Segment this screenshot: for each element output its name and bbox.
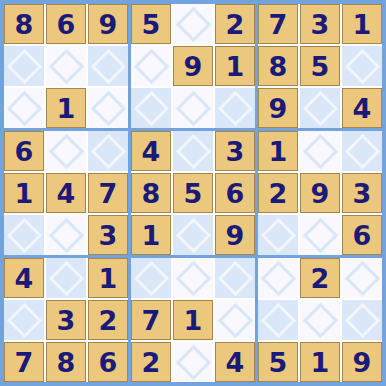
- cell-r5c3: 7: [88, 173, 128, 213]
- cell-r2c3[interactable]: [88, 46, 128, 86]
- empty-diamond-icon: [90, 48, 125, 83]
- cell-r1c3: 9: [88, 4, 128, 44]
- empty-diamond-icon: [302, 90, 337, 125]
- cell-r6c5[interactable]: [173, 215, 213, 255]
- cell-r9c1: 7: [4, 342, 44, 382]
- cell-r1c4: 5: [131, 4, 171, 44]
- cell-r3c5[interactable]: [173, 88, 213, 128]
- empty-diamond-icon: [302, 133, 337, 168]
- cell-r8c9[interactable]: [342, 300, 382, 340]
- empty-diamond-icon: [302, 217, 337, 252]
- cell-r3c7: 9: [258, 88, 298, 128]
- cell-r6c3: 3: [88, 215, 128, 255]
- cell-r5c6: 6: [215, 173, 255, 213]
- cell-r2c1[interactable]: [4, 46, 44, 86]
- cell-r6c2[interactable]: [46, 215, 86, 255]
- cell-r2c5: 9: [173, 46, 213, 86]
- empty-diamond-icon: [6, 90, 41, 125]
- cell-r7c3: 1: [88, 258, 128, 298]
- cell-r7c9[interactable]: [342, 258, 382, 298]
- empty-diamond-icon: [175, 6, 210, 41]
- cell-r2c7: 8: [258, 46, 298, 86]
- cell-r5c8: 9: [300, 173, 340, 213]
- empty-diamond-icon: [133, 90, 168, 125]
- cell-r1c8: 3: [300, 4, 340, 44]
- cell-r7c8: 2: [300, 258, 340, 298]
- cell-r5c7: 2: [258, 173, 298, 213]
- empty-diamond-icon: [302, 302, 337, 337]
- cell-r5c4: 8: [131, 173, 171, 213]
- cell-r3c3[interactable]: [88, 88, 128, 128]
- cell-r7c5[interactable]: [173, 258, 213, 298]
- empty-diamond-icon: [260, 260, 295, 295]
- box-3: 7318594: [258, 4, 382, 128]
- cell-r6c9: 6: [342, 215, 382, 255]
- cell-r9c7: 5: [258, 342, 298, 382]
- empty-diamond-icon: [48, 217, 83, 252]
- cell-r6c7[interactable]: [258, 215, 298, 255]
- box-4: 61473: [4, 131, 128, 255]
- cell-r1c2: 6: [46, 4, 86, 44]
- cell-r2c4[interactable]: [131, 46, 171, 86]
- cell-r9c4: 2: [131, 342, 171, 382]
- box-9: 2519: [258, 258, 382, 382]
- cell-r7c6[interactable]: [215, 258, 255, 298]
- cell-r9c3: 6: [88, 342, 128, 382]
- cell-r6c1[interactable]: [4, 215, 44, 255]
- cell-r4c5[interactable]: [173, 131, 213, 171]
- cell-r9c8: 1: [300, 342, 340, 382]
- cell-r3c8[interactable]: [300, 88, 340, 128]
- cell-r2c6: 1: [215, 46, 255, 86]
- cell-r6c6: 9: [215, 215, 255, 255]
- cell-r8c1[interactable]: [4, 300, 44, 340]
- cell-r1c1: 8: [4, 4, 44, 44]
- cell-r7c2[interactable]: [46, 258, 86, 298]
- empty-diamond-icon: [48, 260, 83, 295]
- cell-r4c8[interactable]: [300, 131, 340, 171]
- empty-diamond-icon: [175, 217, 210, 252]
- empty-diamond-icon: [175, 260, 210, 295]
- empty-diamond-icon: [90, 133, 125, 168]
- cell-r6c8[interactable]: [300, 215, 340, 255]
- empty-diamond-icon: [260, 217, 295, 252]
- empty-diamond-icon: [6, 302, 41, 337]
- cell-r1c6: 2: [215, 4, 255, 44]
- cell-r4c1: 6: [4, 131, 44, 171]
- empty-diamond-icon: [217, 90, 252, 125]
- cell-r8c3: 2: [88, 300, 128, 340]
- box-1: 8691: [4, 4, 128, 128]
- cell-r5c1: 1: [4, 173, 44, 213]
- cell-r8c8[interactable]: [300, 300, 340, 340]
- cell-r5c9: 3: [342, 173, 382, 213]
- empty-diamond-icon: [217, 260, 252, 295]
- cell-r3c9: 4: [342, 88, 382, 128]
- empty-diamond-icon: [260, 302, 295, 337]
- cell-r7c7[interactable]: [258, 258, 298, 298]
- cell-r6c4: 1: [131, 215, 171, 255]
- cell-r1c9: 1: [342, 4, 382, 44]
- cell-r4c3[interactable]: [88, 131, 128, 171]
- cell-r2c8: 5: [300, 46, 340, 86]
- empty-diamond-icon: [344, 302, 379, 337]
- cell-r7c4[interactable]: [131, 258, 171, 298]
- cell-r9c9: 9: [342, 342, 382, 382]
- cell-r4c6: 3: [215, 131, 255, 171]
- empty-diamond-icon: [133, 260, 168, 295]
- cell-r3c6[interactable]: [215, 88, 255, 128]
- cell-r9c6: 4: [215, 342, 255, 382]
- cell-r5c2: 4: [46, 173, 86, 213]
- empty-diamond-icon: [48, 133, 83, 168]
- box-5: 4385619: [131, 131, 255, 255]
- cell-r8c5: 1: [173, 300, 213, 340]
- cell-r4c2[interactable]: [46, 131, 86, 171]
- cell-r8c7[interactable]: [258, 300, 298, 340]
- box-2: 5291: [131, 4, 255, 128]
- empty-diamond-icon: [6, 48, 41, 83]
- cell-r3c4[interactable]: [131, 88, 171, 128]
- cell-r4c7: 1: [258, 131, 298, 171]
- empty-diamond-icon: [344, 48, 379, 83]
- box-8: 7124: [131, 258, 255, 382]
- cell-r8c2: 3: [46, 300, 86, 340]
- cell-r9c2: 8: [46, 342, 86, 382]
- cell-r9c5[interactable]: [173, 342, 213, 382]
- cell-r2c9[interactable]: [342, 46, 382, 86]
- empty-diamond-icon: [175, 133, 210, 168]
- cell-r1c5[interactable]: [173, 4, 213, 44]
- empty-diamond-icon: [344, 133, 379, 168]
- empty-diamond-icon: [90, 90, 125, 125]
- cell-r4c4: 4: [131, 131, 171, 171]
- cell-r8c4: 7: [131, 300, 171, 340]
- empty-diamond-icon: [133, 48, 168, 83]
- empty-diamond-icon: [175, 344, 210, 379]
- sudoku-board: 8691529173185946147343856191293641327867…: [0, 0, 386, 386]
- empty-diamond-icon: [344, 260, 379, 295]
- empty-diamond-icon: [48, 48, 83, 83]
- cell-r5c5: 5: [173, 173, 213, 213]
- cell-r4c9[interactable]: [342, 131, 382, 171]
- cell-r8c6[interactable]: [215, 300, 255, 340]
- empty-diamond-icon: [217, 302, 252, 337]
- cell-r7c1: 4: [4, 258, 44, 298]
- cell-r2c2[interactable]: [46, 46, 86, 86]
- empty-diamond-icon: [175, 90, 210, 125]
- box-6: 12936: [258, 131, 382, 255]
- box-7: 4132786: [4, 258, 128, 382]
- cell-r1c7: 7: [258, 4, 298, 44]
- cell-r3c2: 1: [46, 88, 86, 128]
- cell-r3c1[interactable]: [4, 88, 44, 128]
- empty-diamond-icon: [6, 217, 41, 252]
